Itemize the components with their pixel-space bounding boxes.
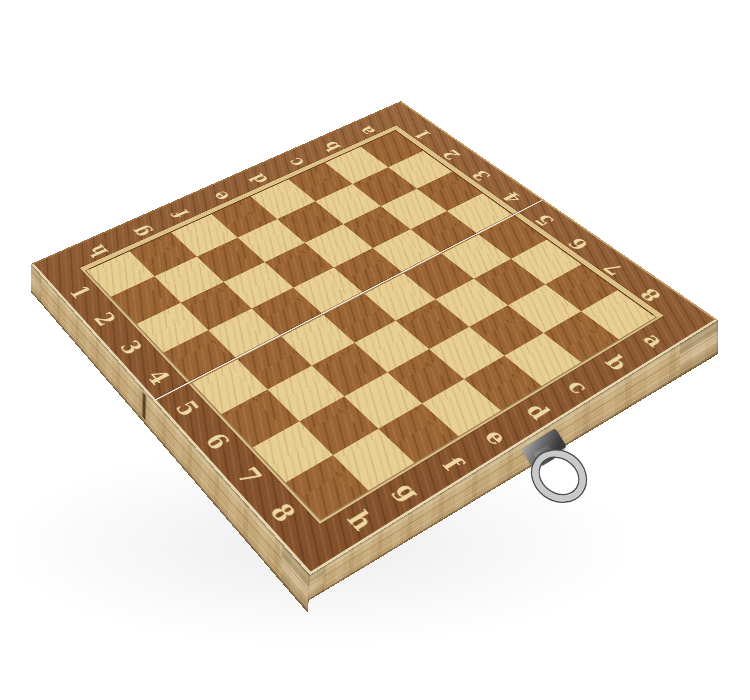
rank-label-near-6: 6 bbox=[201, 430, 234, 453]
file-label-near-g: g bbox=[390, 479, 424, 504]
product-photo-stage: 11aa22bb33cc44dd55ee66ff77gg88hh bbox=[0, 0, 750, 700]
rank-label-far-6: 6 bbox=[565, 235, 593, 252]
rank-label-near-5: 5 bbox=[171, 398, 203, 420]
rank-label-far-5: 5 bbox=[531, 212, 558, 228]
rank-label-far-1: 1 bbox=[411, 128, 436, 142]
file-label-near-d: d bbox=[522, 400, 554, 422]
file-label-near-c: c bbox=[563, 377, 593, 397]
rank-label-near-8: 8 bbox=[265, 500, 299, 526]
rank-label-far-3: 3 bbox=[469, 168, 495, 183]
rank-label-near-7: 7 bbox=[232, 464, 265, 489]
rank-label-near-1: 1 bbox=[66, 283, 95, 301]
rank-label-far-4: 4 bbox=[499, 189, 525, 204]
rank-label-far-2: 2 bbox=[439, 147, 464, 161]
file-label-near-a: a bbox=[639, 331, 668, 350]
rank-label-near-2: 2 bbox=[90, 310, 120, 329]
rank-label-near-3: 3 bbox=[116, 338, 146, 358]
fold-seam-slot bbox=[142, 391, 147, 421]
file-label-near-h: h bbox=[343, 507, 378, 534]
rank-label-near-4: 4 bbox=[143, 367, 174, 388]
file-label-near-b: b bbox=[601, 353, 632, 374]
file-label-near-e: e bbox=[480, 426, 511, 448]
rank-label-far-8: 8 bbox=[637, 286, 666, 304]
rank-label-far-7: 7 bbox=[600, 260, 628, 278]
file-label-near-f: f bbox=[438, 454, 466, 474]
